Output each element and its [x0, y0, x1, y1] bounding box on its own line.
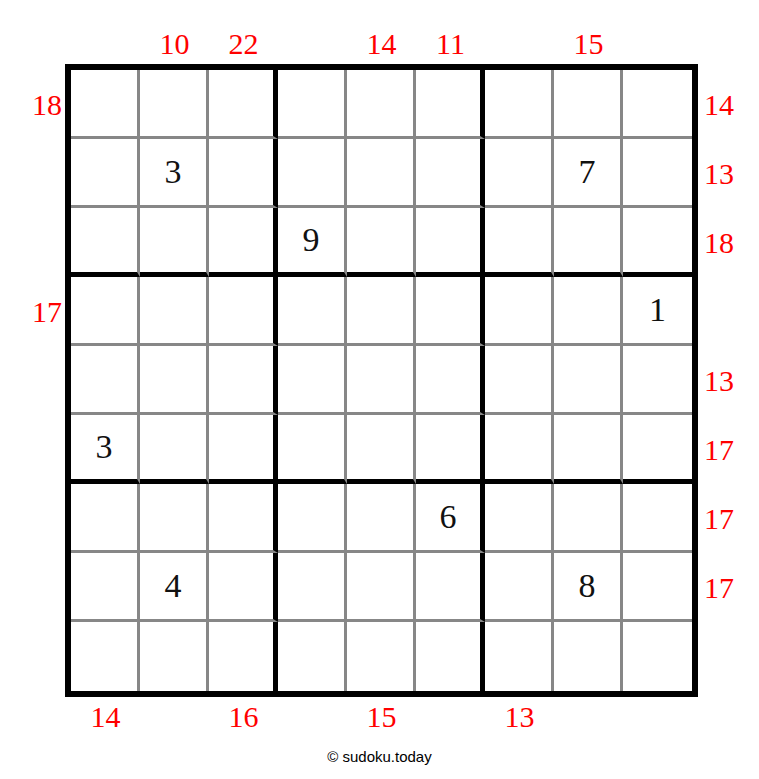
cell-r7c4[interactable]: [278, 484, 347, 553]
cell-r9c8[interactable]: [554, 622, 623, 691]
cell-r5c1[interactable]: [71, 346, 140, 415]
cell-r9c5[interactable]: [347, 622, 416, 691]
frame-clue-bottom-c1: 14: [71, 699, 140, 735]
sudoku-board: 37913648: [65, 64, 698, 697]
cell-r3c6[interactable]: [416, 208, 485, 277]
cell-r7c2[interactable]: [140, 484, 209, 553]
cell-r7c9[interactable]: [623, 484, 692, 553]
frame-clue-left-r4: 17: [0, 277, 65, 346]
cell-r8c6[interactable]: [416, 553, 485, 622]
cell-r2c7[interactable]: [485, 139, 554, 208]
cell-r2c4[interactable]: [278, 139, 347, 208]
cell-r2c5[interactable]: [347, 139, 416, 208]
given-r2c8[interactable]: 7: [554, 139, 623, 208]
cell-r5c3[interactable]: [209, 346, 278, 415]
frame-clue-right-r7: 17: [701, 484, 759, 553]
cell-r1c1[interactable]: [71, 70, 140, 139]
cell-r5c2[interactable]: [140, 346, 209, 415]
cell-r9c4[interactable]: [278, 622, 347, 691]
frame-clue-right-r8: 17: [701, 553, 759, 622]
cell-r8c1[interactable]: [71, 553, 140, 622]
cell-r1c5[interactable]: [347, 70, 416, 139]
cell-r7c1[interactable]: [71, 484, 140, 553]
given-r7c6[interactable]: 6: [416, 484, 485, 553]
cell-r9c1[interactable]: [71, 622, 140, 691]
cell-r1c2[interactable]: [140, 70, 209, 139]
cell-r6c5[interactable]: [347, 415, 416, 484]
cell-r5c6[interactable]: [416, 346, 485, 415]
frame-clue-right-r1: 14: [701, 70, 759, 139]
frame-clue-top-c3: 22: [209, 26, 278, 62]
cell-r2c9[interactable]: [623, 139, 692, 208]
cell-r7c7[interactable]: [485, 484, 554, 553]
frame-clue-right-r5: 13: [701, 346, 759, 415]
cell-r5c7[interactable]: [485, 346, 554, 415]
cell-r8c5[interactable]: [347, 553, 416, 622]
frame-clue-right-r3: 18: [701, 208, 759, 277]
cell-r8c7[interactable]: [485, 553, 554, 622]
cell-r3c5[interactable]: [347, 208, 416, 277]
cell-r6c3[interactable]: [209, 415, 278, 484]
cell-r4c7[interactable]: [485, 277, 554, 346]
cell-r5c5[interactable]: [347, 346, 416, 415]
cell-r4c5[interactable]: [347, 277, 416, 346]
cell-r4c6[interactable]: [416, 277, 485, 346]
cell-r5c4[interactable]: [278, 346, 347, 415]
cell-r4c2[interactable]: [140, 277, 209, 346]
cell-r9c3[interactable]: [209, 622, 278, 691]
cell-r6c6[interactable]: [416, 415, 485, 484]
frame-clue-right-r6: 17: [701, 415, 759, 484]
cell-r8c9[interactable]: [623, 553, 692, 622]
cell-r1c9[interactable]: [623, 70, 692, 139]
cell-r7c8[interactable]: [554, 484, 623, 553]
frame-clue-bottom-c7: 13: [485, 699, 554, 735]
cell-r3c9[interactable]: [623, 208, 692, 277]
cell-r7c3[interactable]: [209, 484, 278, 553]
cell-r1c7[interactable]: [485, 70, 554, 139]
given-r6c1[interactable]: 3: [71, 415, 140, 484]
cell-r2c3[interactable]: [209, 139, 278, 208]
cell-r2c1[interactable]: [71, 139, 140, 208]
cell-r4c4[interactable]: [278, 277, 347, 346]
frame-clue-bottom-c3: 16: [209, 699, 278, 735]
cell-r6c8[interactable]: [554, 415, 623, 484]
cell-r3c3[interactable]: [209, 208, 278, 277]
cell-r1c8[interactable]: [554, 70, 623, 139]
cell-r9c9[interactable]: [623, 622, 692, 691]
cell-r9c6[interactable]: [416, 622, 485, 691]
cell-r6c2[interactable]: [140, 415, 209, 484]
given-r8c8[interactable]: 8: [554, 553, 623, 622]
cell-r4c8[interactable]: [554, 277, 623, 346]
cell-r3c7[interactable]: [485, 208, 554, 277]
cell-r1c3[interactable]: [209, 70, 278, 139]
frame-clue-left-r1: 18: [0, 70, 65, 139]
cell-r5c9[interactable]: [623, 346, 692, 415]
cell-r5c8[interactable]: [554, 346, 623, 415]
cell-r8c3[interactable]: [209, 553, 278, 622]
given-r2c2[interactable]: 3: [140, 139, 209, 208]
cell-r1c4[interactable]: [278, 70, 347, 139]
cell-r7c5[interactable]: [347, 484, 416, 553]
frame-clue-top-c5: 14: [347, 26, 416, 62]
cell-r3c1[interactable]: [71, 208, 140, 277]
cell-r4c3[interactable]: [209, 277, 278, 346]
cell-r6c4[interactable]: [278, 415, 347, 484]
given-r3c4[interactable]: 9: [278, 208, 347, 277]
frame-clue-top-c6: 11: [416, 26, 485, 62]
frame-clue-top-c8: 15: [554, 26, 623, 62]
cell-r9c2[interactable]: [140, 622, 209, 691]
cell-r2c6[interactable]: [416, 139, 485, 208]
frame-clue-top-c2: 10: [140, 26, 209, 62]
cell-r6c7[interactable]: [485, 415, 554, 484]
cell-r4c1[interactable]: [71, 277, 140, 346]
puzzle-stage: 37913648 1022141115141615131817141318131…: [0, 0, 759, 779]
cell-r1c6[interactable]: [416, 70, 485, 139]
cell-r3c8[interactable]: [554, 208, 623, 277]
given-r4c9[interactable]: 1: [623, 277, 692, 346]
cell-r3c2[interactable]: [140, 208, 209, 277]
footer-credit: © sudoku.today: [0, 748, 759, 765]
cell-r8c4[interactable]: [278, 553, 347, 622]
given-r8c2[interactable]: 4: [140, 553, 209, 622]
cell-r6c9[interactable]: [623, 415, 692, 484]
frame-clue-right-r2: 13: [701, 139, 759, 208]
frame-clue-bottom-c5: 15: [347, 699, 416, 735]
cell-r9c7[interactable]: [485, 622, 554, 691]
